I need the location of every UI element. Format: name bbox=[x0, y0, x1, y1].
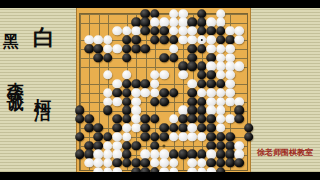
black-stone bbox=[75, 150, 85, 159]
black-stone bbox=[75, 132, 85, 141]
black-stone bbox=[122, 158, 132, 167]
black-stone bbox=[131, 141, 141, 150]
channel-watermark: 徐老师围棋教室 bbox=[257, 147, 313, 158]
black-stone bbox=[150, 97, 160, 106]
black-stone bbox=[150, 114, 160, 123]
black-stone bbox=[94, 53, 104, 62]
black-stone bbox=[159, 97, 169, 106]
black-stone bbox=[225, 158, 235, 167]
black-stone bbox=[244, 132, 254, 141]
black-stone bbox=[75, 114, 85, 123]
black-stone bbox=[159, 132, 169, 141]
white-stone bbox=[197, 132, 207, 141]
white-stone bbox=[103, 70, 113, 79]
black-stone bbox=[188, 62, 198, 71]
black-stone bbox=[103, 106, 113, 115]
white-stone bbox=[178, 132, 188, 141]
white-stone bbox=[188, 132, 198, 141]
go-board bbox=[76, 8, 251, 172]
black-stone bbox=[235, 114, 245, 123]
star-point bbox=[163, 144, 166, 147]
white-stone bbox=[84, 158, 94, 167]
black-stone bbox=[169, 88, 179, 97]
black-stone bbox=[141, 132, 151, 141]
black-stone bbox=[178, 150, 188, 159]
white-stone bbox=[159, 70, 169, 79]
white-stone bbox=[112, 97, 122, 106]
black-stone bbox=[141, 26, 151, 35]
black-stone bbox=[122, 53, 132, 62]
letterbox-top bbox=[0, 0, 320, 8]
last-move-marker bbox=[200, 38, 203, 41]
white-stone bbox=[225, 114, 235, 123]
letterbox-bottom bbox=[0, 172, 320, 180]
black-stone bbox=[197, 44, 207, 53]
white-stone bbox=[178, 70, 188, 79]
white-stone bbox=[112, 26, 122, 35]
black-stone bbox=[84, 123, 94, 132]
white-player-label: 白 bbox=[33, 27, 55, 49]
video-frame: 黑 白 李钦诚 柯洁 徐老师围棋教室 bbox=[0, 0, 320, 180]
black-player-name: 李钦诚 bbox=[7, 68, 24, 86]
white-stone bbox=[235, 35, 245, 44]
white-stone bbox=[235, 62, 245, 71]
black-stone bbox=[159, 35, 169, 44]
black-stone bbox=[141, 44, 151, 53]
white-stone bbox=[112, 44, 122, 53]
black-stone bbox=[150, 35, 160, 44]
black-stone bbox=[169, 53, 179, 62]
white-stone bbox=[169, 132, 179, 141]
white-player-name: 柯洁 bbox=[34, 84, 51, 96]
black-player-label: 黑 bbox=[3, 34, 19, 50]
go-board-grid bbox=[79, 13, 248, 171]
black-stone bbox=[159, 53, 169, 62]
white-stone bbox=[178, 35, 188, 44]
white-stone bbox=[141, 88, 151, 97]
black-stone bbox=[131, 44, 141, 53]
white-stone bbox=[131, 123, 141, 132]
black-stone bbox=[235, 158, 245, 167]
white-stone bbox=[225, 97, 235, 106]
black-stone bbox=[103, 53, 113, 62]
black-stone bbox=[84, 44, 94, 53]
